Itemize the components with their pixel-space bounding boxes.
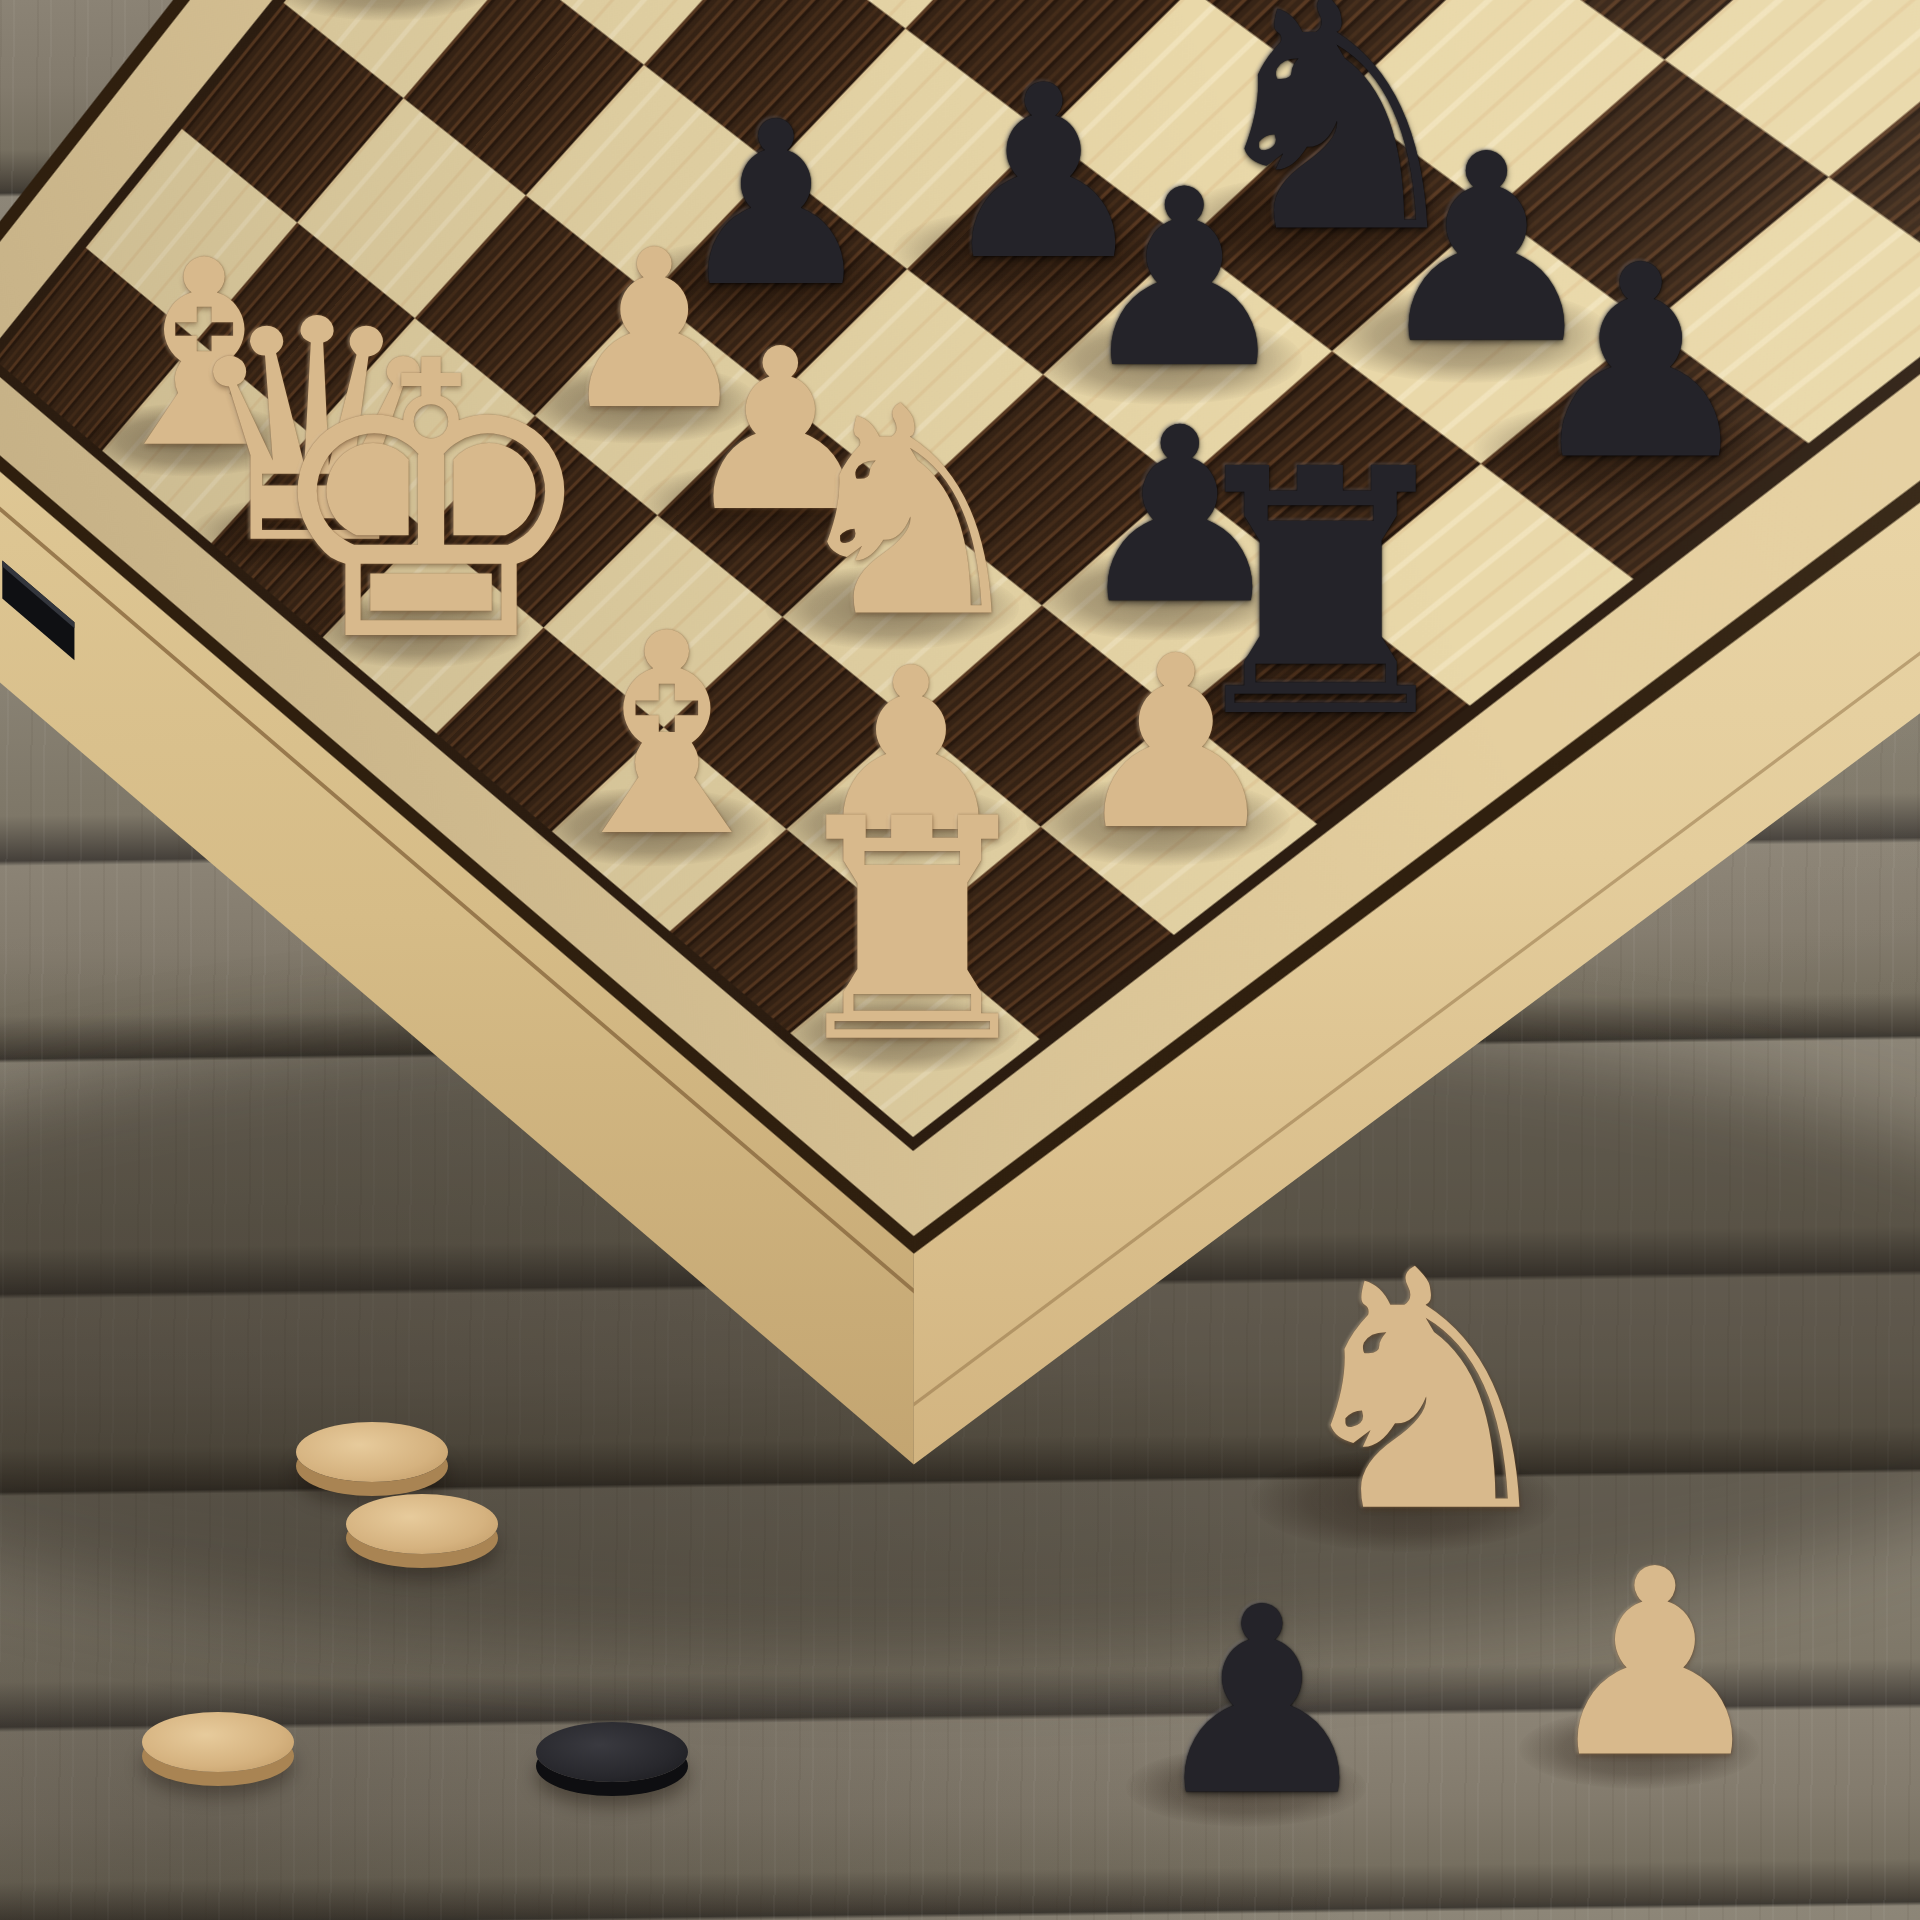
piece-black-pawn-h6[interactable]: ♟ [1522,230,1761,496]
piece-white-bishop-f1[interactable]: ♝ [542,597,791,874]
piece-white-rook-h1[interactable]: ♜ [775,779,1049,1085]
checker-light-3[interactable] [142,1712,294,1772]
checker-light-2[interactable] [346,1494,498,1554]
piece-white-pawn-h3[interactable]: ♟ [1069,625,1283,863]
checker-dark-4[interactable] [536,1722,688,1782]
piece-white-pawn-off-board[interactable]: ♟ [1539,1535,1770,1793]
chess-set-product-photo: { "game": { "name": "chess", "board": "8… [0,0,1920,1920]
piece-white-knight-off-board[interactable]: ♞ [1277,1228,1573,1558]
piece-white-pawn-a4[interactable]: ♟ [303,0,493,19]
piece-black-pawn-f5[interactable]: ♟ [1075,158,1294,403]
piece-white-knight-f3[interactable]: ♞ [781,370,1039,657]
checker-light-1[interactable] [296,1422,448,1482]
piece-black-pawn-off-board[interactable]: ♟ [1146,1573,1377,1831]
piece-layer: ♟♞♟♟♟♟♟♝♟♟♛♟♞♚♜♟♟♝♜♞♟♟ [0,0,1920,1920]
